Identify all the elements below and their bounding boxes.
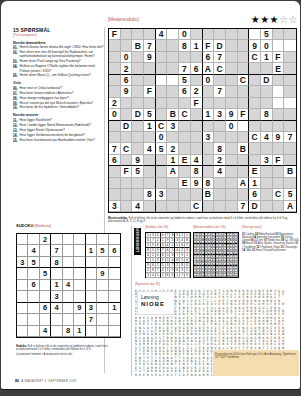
mestersudoku-cell: F [273, 52, 285, 63]
star-filled-icon: ★ [251, 14, 260, 25]
mestersudoku-cell[interactable] [261, 189, 273, 200]
mestersudoku-cell[interactable] [156, 75, 168, 86]
sudoku-cell[interactable] [109, 291, 120, 302]
sudoku-grid[interactable]: 247156358596143649317481 [16, 233, 121, 338]
page: 15 SPØRSMÅL [Tre kategorier] Norske dram… [1, 1, 300, 389]
question-text: Hva heter kunstmuseet på Høvikodden uten… [20, 137, 107, 141]
mestersudoku-cell[interactable] [273, 121, 285, 132]
sudoku-cell[interactable] [86, 268, 97, 279]
sudoku-cell: 4 [63, 280, 74, 291]
sudoku-cell: 5 [97, 245, 108, 256]
mestersudoku-cell[interactable] [167, 86, 179, 97]
mestersudoku-cell: A [284, 201, 296, 212]
mestersudoku-cell: 2 [109, 98, 121, 109]
mestersudoku-cell[interactable] [203, 29, 215, 40]
sudoku-cell[interactable] [109, 234, 120, 245]
mestersudoku-cell[interactable] [203, 201, 215, 212]
mestersudoku-cell[interactable] [191, 143, 203, 154]
mestersudoku-cell[interactable] [249, 86, 261, 97]
mestersudoku-cell[interactable] [249, 63, 261, 74]
question-text: Hvor ligger Verdensarvsenteret for bergk… [20, 132, 107, 136]
mestersudoku-cell: 5 [261, 29, 273, 40]
mestersudoku-cell[interactable] [179, 132, 191, 143]
sudoku-cell[interactable] [17, 326, 28, 337]
mestersudoku-cell[interactable] [273, 75, 285, 86]
mestersudoku-cell[interactable] [156, 86, 168, 97]
mestersudoku-cell[interactable] [261, 86, 273, 97]
mestersudoku-cell[interactable] [284, 63, 296, 74]
mestersudoku-cell[interactable] [238, 166, 250, 177]
sudoku-cell[interactable] [63, 245, 74, 256]
sudoku-cell[interactable] [63, 257, 74, 268]
mestersudoku-cell[interactable] [179, 189, 191, 200]
sudoku-cell[interactable] [28, 314, 39, 325]
mestersudoku-cell[interactable] [238, 40, 250, 51]
sudoku-cell[interactable] [40, 280, 51, 291]
sudoku-cell[interactable] [40, 245, 51, 256]
mestersudoku-cell[interactable] [214, 189, 226, 200]
mestersudoku-cell[interactable] [144, 178, 156, 189]
sudoku-cell[interactable] [74, 280, 85, 291]
mestersudoku-cell[interactable] [284, 143, 296, 154]
mestersudoku-cell[interactable] [156, 63, 168, 74]
mestersudoku-cell: 7 [214, 86, 226, 97]
mestersudoku-cell[interactable] [273, 166, 285, 177]
mestersudoku-cell[interactable] [238, 132, 250, 143]
quiz-subtitle: [Tre kategorier] [13, 33, 106, 37]
solution-sudoku-heading-wrap: [Sudoku uke 35] [145, 225, 191, 232]
quiz-category-title: Norske dramatikere [13, 41, 106, 45]
mestersudoku-cell: 1 [261, 52, 273, 63]
mestersudoku-cell: 2 [167, 143, 179, 154]
sudoku-caption: Fyll ut feltene slik at de vannrette og … [16, 344, 108, 350]
mestersudoku-cell[interactable] [238, 98, 250, 109]
mestersudoku-cell[interactable] [226, 143, 238, 154]
sudoku-cell[interactable] [17, 234, 28, 245]
mestersudoku-cell[interactable] [191, 75, 203, 86]
mestersudoku-cell[interactable] [132, 132, 144, 143]
mestersudoku-cell[interactable] [144, 166, 156, 177]
mestersudoku-cell[interactable] [144, 201, 156, 212]
question-text: Hvor ligger Rockheim? [20, 117, 107, 121]
mestersudoku-cell: F [121, 166, 133, 177]
mestersudoku-cell[interactable] [203, 155, 215, 166]
sudoku-cell[interactable] [97, 314, 108, 325]
solutions-tab-label: LØSNINGER [136, 228, 140, 255]
sudoku-cell[interactable] [28, 234, 39, 245]
mestersudoku-cell: E [179, 155, 191, 166]
page-number: 80 [15, 379, 19, 383]
sudoku-cell: 7 [51, 245, 62, 256]
mestersudoku-cell[interactable] [179, 201, 191, 212]
sudoku-cell[interactable] [86, 280, 97, 291]
mestersudoku-cell[interactable] [249, 98, 261, 109]
mestersudoku-cell: C [121, 143, 133, 154]
mestersudoku-cell[interactable] [132, 143, 144, 154]
mestersudoku-cell[interactable] [284, 98, 296, 109]
mestersudoku-cell[interactable] [121, 109, 133, 120]
mestersudoku-cell[interactable] [226, 189, 238, 200]
sudoku-cell[interactable] [28, 326, 39, 337]
sudoku-cell[interactable] [17, 268, 28, 279]
sudoku-cell[interactable] [74, 245, 85, 256]
mestersudoku-cell: 7 [109, 143, 121, 154]
mestersudoku-cell[interactable] [226, 132, 238, 143]
mestersudoku-cell[interactable] [261, 178, 273, 189]
mestersudoku-cell[interactable] [191, 109, 203, 120]
mestersudoku-cell[interactable] [191, 52, 203, 63]
sudoku-cell[interactable] [17, 291, 28, 302]
sudoku-cell[interactable] [109, 280, 120, 291]
sudoku-cell[interactable] [51, 314, 62, 325]
sudoku-cell: 8 [63, 326, 74, 337]
sudoku-cell[interactable] [63, 234, 74, 245]
sudoku-cell[interactable] [97, 280, 108, 291]
mestersudoku-cell[interactable] [179, 166, 191, 177]
mestersudoku-cell[interactable] [284, 109, 296, 120]
sudoku-cell[interactable] [109, 326, 120, 337]
solution-mestersudoku-grid: 0123456789ABCDEF456789ABCDEF012389ABCDEF… [193, 232, 239, 278]
sudoku-cell[interactable] [86, 291, 97, 302]
sudoku-cell[interactable] [17, 303, 28, 314]
mestersudoku-cell: 5 [179, 75, 191, 86]
sudoku-cell[interactable] [109, 257, 120, 268]
mestersudoku-cell[interactable] [214, 98, 226, 109]
mestersudoku-cell[interactable] [179, 143, 191, 154]
mestersudoku-cell[interactable] [226, 40, 238, 51]
mestersudoku-cell[interactable] [214, 29, 226, 40]
mestersudoku-cell[interactable] [284, 178, 296, 189]
sudoku-cell[interactable] [28, 268, 39, 279]
solution-label: Løsning [141, 294, 174, 300]
mestersudoku-cell[interactable] [179, 98, 191, 109]
sudoku-cell[interactable] [97, 234, 108, 245]
mestersudoku-cell[interactable] [109, 132, 121, 143]
sudoku-cell: 7 [86, 314, 97, 325]
mestersudoku-cell[interactable] [226, 201, 238, 212]
mestersudoku-cell[interactable] [121, 178, 133, 189]
mestersudoku-cell[interactable] [249, 109, 261, 120]
mestersudoku-cell: D [249, 201, 261, 212]
mestersudoku-cell: 0 [109, 109, 121, 120]
sudoku-cell[interactable] [74, 291, 85, 302]
mestersudoku-caption: Fyll ut feltene slik at de vannrette og … [108, 216, 287, 222]
sudoku-cell[interactable] [109, 268, 120, 279]
mestersudoku-cell[interactable] [191, 121, 203, 132]
mestersudoku-cell[interactable] [167, 189, 179, 200]
sudoku-cell[interactable] [97, 257, 108, 268]
mestersudoku-cell[interactable] [132, 63, 144, 74]
mestersudoku-cell[interactable] [179, 121, 191, 132]
mestersudoku-cell[interactable] [167, 75, 179, 86]
mestersudoku-cell[interactable] [203, 166, 215, 177]
mestersudoku-cell[interactable] [284, 40, 296, 51]
mestersudoku-cell: 3 [156, 189, 168, 200]
mestersudoku-cell[interactable] [273, 201, 285, 212]
mestersudoku-cell[interactable] [109, 40, 121, 51]
mestersudoku-cell[interactable] [238, 86, 250, 97]
sudoku-cell[interactable] [17, 314, 28, 325]
mestersudoku-cell: A [203, 63, 215, 74]
mestersudoku-cell[interactable] [109, 178, 121, 189]
sudoku-cell: 1 [51, 280, 62, 291]
sudoku-cell: 3 [51, 291, 62, 302]
mestersudoku-cell[interactable] [261, 143, 273, 154]
sudoku-cell: 6 [40, 303, 51, 314]
mestersudoku-cell[interactable] [109, 75, 121, 86]
mestersudoku-cell[interactable] [156, 109, 168, 120]
sudoku-cell[interactable] [28, 303, 39, 314]
mestersudoku-cell[interactable] [226, 52, 238, 63]
sudoku-cell[interactable] [63, 268, 74, 279]
mestersudoku-cell[interactable] [214, 132, 226, 143]
mestersudoku-cell[interactable] [132, 178, 144, 189]
mestersudoku-cell: E [273, 63, 285, 74]
mestersudoku-cell[interactable] [226, 75, 238, 86]
mestersudoku-cell[interactable] [167, 201, 179, 212]
sudoku-cell[interactable] [74, 257, 85, 268]
mestersudoku-cell[interactable] [273, 109, 285, 120]
mestersudoku-cell[interactable] [109, 63, 121, 74]
mestersudoku-cell[interactable] [226, 178, 238, 189]
mestersudoku-cell[interactable] [226, 86, 238, 97]
mestersudoku-cell[interactable] [284, 155, 296, 166]
mestersudoku-cell: F [273, 155, 285, 166]
mestersudoku-cell[interactable] [156, 201, 168, 212]
mestersudoku-cell[interactable] [144, 29, 156, 40]
sudoku-cell[interactable] [109, 314, 120, 325]
sudoku-cell[interactable] [40, 314, 51, 325]
mestersudoku-cell: D [132, 109, 144, 120]
mestersudoku-cell[interactable] [238, 63, 250, 74]
mestersudoku-cell[interactable] [203, 121, 215, 132]
mestersudoku-cell[interactable] [284, 86, 296, 97]
mestersudoku-cell[interactable] [191, 132, 203, 143]
mestersudoku-cell[interactable] [226, 98, 238, 109]
mestersudoku-cell: 1 [191, 40, 203, 51]
sudoku-cell[interactable] [97, 303, 108, 314]
mestersudoku-cell[interactable] [121, 29, 133, 40]
mestersudoku-cell[interactable] [226, 166, 238, 177]
mestersudoku-cell[interactable] [191, 189, 203, 200]
mestersudoku-cell: 3 [214, 109, 226, 120]
mestersudoku-cell[interactable] [273, 40, 285, 51]
mestersudoku-cell[interactable] [238, 189, 250, 200]
star-filled-icon: ★ [260, 14, 269, 25]
mestersudoku-cell[interactable] [132, 29, 144, 40]
mestersudoku-cell[interactable] [284, 121, 296, 132]
mestersudoku-cell: 0 [121, 52, 133, 63]
mestersudoku-cell: C [249, 132, 261, 143]
mestersudoku-cell[interactable] [109, 189, 121, 200]
mestersudoku-cell[interactable] [179, 52, 191, 63]
mestersudoku-cell[interactable] [109, 52, 121, 63]
mestersudoku-cell[interactable] [167, 52, 179, 63]
mestersudoku-cell[interactable] [203, 143, 215, 154]
sudoku-cell[interactable] [17, 245, 28, 256]
quiz-question: 04.Hvilken av Eugene O'Neills stykker bl… [13, 64, 106, 72]
solutions-divider [131, 226, 132, 376]
question-text: Hvor stort er Oslos landareal? [20, 85, 107, 89]
mestersudoku-cell[interactable] [261, 201, 273, 212]
mestersudoku-cell: B [284, 166, 296, 177]
quiz-title: 15 SPØRSMÅL [13, 27, 106, 33]
solution-mester-heading: [Mestersudoku uke 35] [193, 225, 239, 229]
sudoku-cell[interactable] [97, 326, 108, 337]
mestersudoku-cell: 8 [144, 189, 156, 200]
mestersudoku-cell[interactable] [214, 201, 226, 212]
mestersudoku-cell: C [273, 189, 285, 200]
sudoku-cell[interactable] [40, 257, 51, 268]
mestersudoku-cell[interactable] [132, 189, 144, 200]
sudoku-cell[interactable] [40, 291, 51, 302]
mestersudoku-cell[interactable] [226, 155, 238, 166]
mestersudoku-cell[interactable] [214, 75, 226, 86]
mestersudoku-cell[interactable] [167, 40, 179, 51]
sudoku-cell[interactable] [86, 234, 97, 245]
mestersudoku-cell[interactable] [261, 98, 273, 109]
quiz-question: 09.Hva er navnet på det nye Munch-museet… [13, 100, 106, 104]
mestersudoku-cell[interactable] [273, 86, 285, 97]
sudoku-cell[interactable] [74, 268, 85, 279]
sudoku-cell[interactable] [51, 268, 62, 279]
sudoku-cell[interactable] [28, 291, 39, 302]
mestersudoku-cell[interactable] [284, 52, 296, 63]
mestersudoku-cell[interactable] [214, 178, 226, 189]
question-text: Hvem skrev Paul Lange og Tora Parsberg? [20, 59, 107, 63]
sudoku-cell[interactable] [17, 280, 28, 291]
sudoku-cell: 6 [28, 280, 39, 291]
mestersudoku-grid[interactable]: F405B781FD900967C1F276ACE650CD9F6272F0D5… [108, 28, 297, 213]
mestersudoku-cell: 5 [156, 143, 168, 154]
sudoku-cell[interactable] [74, 234, 85, 245]
mestersudoku-cell[interactable] [121, 98, 133, 109]
mestersudoku-cell: 1 [203, 109, 215, 120]
mestersudoku-cell[interactable] [284, 75, 296, 86]
mestersudoku-cell[interactable] [226, 63, 238, 74]
mestersudoku-cell[interactable] [226, 29, 238, 40]
mestersudoku-cell[interactable] [238, 155, 250, 166]
quiz-column: 15 SPØRSMÅL [Tre kategorier] Norske dram… [13, 27, 106, 217]
sudoku-cell[interactable] [74, 314, 85, 325]
mestersudoku-cell[interactable] [261, 166, 273, 177]
mestersudoku-cell: 9 [191, 178, 203, 189]
mestersudoku-cell: F [238, 109, 250, 120]
sudoku-caption-2: Løsningene kommer i A-magasinet neste uk… [16, 352, 111, 355]
mestersudoku-cell[interactable] [167, 63, 179, 74]
sudoku-cell[interactable] [63, 291, 74, 302]
mestersudoku-cell: 0 [203, 75, 215, 86]
mestersudoku-cell: 8 [179, 40, 191, 51]
mestersudoku-cell: 6 [191, 63, 203, 74]
mestersudoku-cell[interactable] [156, 40, 168, 51]
mestersudoku-cell: 1 [249, 178, 261, 189]
mestersudoku-cell[interactable] [284, 29, 296, 40]
mestersudoku-cell[interactable] [121, 189, 133, 200]
mestersudoku-cell[interactable] [109, 121, 121, 132]
mestersudoku-cell[interactable] [167, 132, 179, 143]
mestersudoku-cell[interactable] [121, 201, 133, 212]
sudoku-cell[interactable] [51, 234, 62, 245]
mestersudoku-cell[interactable] [132, 98, 144, 109]
mestersudoku-cell[interactable] [191, 29, 203, 40]
mestersudoku-cell[interactable] [109, 86, 121, 97]
mestersudoku-cell: D [121, 121, 133, 132]
mestersudoku-cell[interactable] [121, 40, 133, 51]
sudoku-cell[interactable] [86, 326, 97, 337]
mestersudoku-cell: 4 [132, 201, 144, 212]
sudoku-cell[interactable] [86, 257, 97, 268]
mestersudoku-cell[interactable] [156, 178, 168, 189]
mestersudoku-cell: F [109, 29, 121, 40]
mestersudoku-cell[interactable] [203, 86, 215, 97]
mestersudoku-cell: 9 [226, 109, 238, 120]
mestersudoku-cell[interactable] [203, 98, 215, 109]
sudoku-label: SUDOKU [16, 223, 33, 228]
mestersudoku-cell[interactable] [121, 132, 133, 143]
mestersudoku-cell[interactable] [109, 166, 121, 177]
mestersudoku-cell: 4 [261, 132, 273, 143]
sudoku-difficulty: [Medium] [34, 223, 50, 228]
mestersudoku-cell[interactable] [273, 29, 285, 40]
mestersudoku-cell: 9 [273, 132, 285, 143]
question-text: Hvem skrev Maria Q – om Vidkun Quislings… [20, 73, 107, 77]
mestersudoku-cell[interactable] [167, 178, 179, 189]
mestersudoku-cell[interactable] [167, 29, 179, 40]
mestersudoku-cell[interactable] [249, 75, 261, 86]
sudoku-cell[interactable] [63, 314, 74, 325]
mestersudoku-cell[interactable] [144, 75, 156, 86]
question-text: Hvor i landet ligger Norsk Bremuseum (Fj… [20, 122, 107, 126]
sudoku-cell[interactable] [97, 291, 108, 302]
mestersudoku-cell[interactable] [167, 98, 179, 109]
mestersudoku-cell[interactable] [273, 98, 285, 109]
quiz-question: 03.Hvem skrev Paul Lange og Tora Parsber… [13, 59, 106, 63]
mestersudoku-cell[interactable] [249, 29, 261, 40]
mestersudoku-cell[interactable] [261, 121, 273, 132]
mestersudoku-cell[interactable] [273, 178, 285, 189]
mestersudoku-cell: 6 [109, 155, 121, 166]
mestersudoku-cell[interactable] [249, 155, 261, 166]
mestersudoku-cell[interactable] [214, 121, 226, 132]
mestersudoku-cell[interactable] [238, 121, 250, 132]
mestersudoku-cell[interactable] [249, 121, 261, 132]
mestersudoku-cell[interactable] [156, 166, 168, 177]
mestersudoku-cell[interactable] [156, 52, 168, 63]
mestersudoku-cell: 4 [144, 143, 156, 154]
sudoku-cell[interactable] [63, 303, 74, 314]
mestersudoku-cell[interactable] [132, 75, 144, 86]
mestersudoku-cell[interactable] [273, 143, 285, 154]
mestersudoku-cell[interactable] [121, 155, 133, 166]
mestersudoku-cell[interactable] [132, 86, 144, 97]
mestersudoku-cell: 3 [261, 155, 273, 166]
mestersudoku-cell[interactable] [132, 121, 144, 132]
mestersudoku-cell[interactable] [261, 63, 273, 74]
mestersudoku-cell[interactable] [156, 98, 168, 109]
quiz-question: 08.Hvor mange innbyggere har byen? [13, 95, 106, 99]
mestersudoku-cell[interactable] [144, 132, 156, 143]
mestersudoku-cell[interactable] [132, 52, 144, 63]
mestersudoku-cell[interactable] [238, 29, 250, 40]
mestersudoku-cell[interactable] [249, 143, 261, 154]
sudoku-cell[interactable] [51, 326, 62, 337]
mestersudoku-cell[interactable] [238, 52, 250, 63]
mestersudoku-cell[interactable] [144, 63, 156, 74]
mestersudoku-cell[interactable] [144, 155, 156, 166]
mestersudoku-cell[interactable] [144, 98, 156, 109]
mestersudoku-cell[interactable] [156, 155, 168, 166]
